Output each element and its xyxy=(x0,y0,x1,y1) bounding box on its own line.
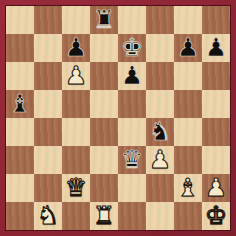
square-f8[interactable] xyxy=(146,6,174,34)
square-b3[interactable] xyxy=(34,146,62,174)
square-d7[interactable] xyxy=(90,34,118,62)
square-c5[interactable] xyxy=(62,90,90,118)
square-g1[interactable] xyxy=(174,202,202,230)
square-h2[interactable]: ♟ xyxy=(202,174,230,202)
square-a6[interactable] xyxy=(6,62,34,90)
square-e8[interactable] xyxy=(118,6,146,34)
piece-white-pawn-c6[interactable]: ♟ xyxy=(65,62,87,90)
square-g8[interactable] xyxy=(174,6,202,34)
square-h6[interactable] xyxy=(202,62,230,90)
square-e3[interactable]: ♛ xyxy=(118,146,146,174)
square-a1[interactable] xyxy=(6,202,34,230)
square-h7[interactable]: ♟ xyxy=(202,34,230,62)
square-d5[interactable] xyxy=(90,90,118,118)
piece-black-rook-d8[interactable]: ♜ xyxy=(93,6,115,34)
piece-white-bishop-g2[interactable]: ♝ xyxy=(177,174,199,202)
square-d1[interactable]: ♜ xyxy=(90,202,118,230)
piece-black-bishop-a5[interactable]: ♝ xyxy=(9,90,31,118)
square-b4[interactable] xyxy=(34,118,62,146)
square-d8[interactable]: ♜ xyxy=(90,6,118,34)
square-f1[interactable] xyxy=(146,202,174,230)
square-f5[interactable] xyxy=(146,90,174,118)
square-e6[interactable]: ♟ xyxy=(118,62,146,90)
square-e4[interactable] xyxy=(118,118,146,146)
square-e5[interactable] xyxy=(118,90,146,118)
square-g2[interactable]: ♝ xyxy=(174,174,202,202)
square-e1[interactable] xyxy=(118,202,146,230)
square-g7[interactable]: ♟ xyxy=(174,34,202,62)
piece-white-pawn-h2[interactable]: ♟ xyxy=(205,174,227,202)
piece-black-pawn-e6[interactable]: ♟ xyxy=(121,62,143,90)
chess-board: ♜♟♚♟♟♟♟♝♞♛♟♛♝♟♞♜♚ xyxy=(6,6,230,230)
square-b7[interactable] xyxy=(34,34,62,62)
piece-black-knight-f4[interactable]: ♞ xyxy=(149,118,171,146)
square-c7[interactable]: ♟ xyxy=(62,34,90,62)
square-g4[interactable] xyxy=(174,118,202,146)
square-h1[interactable]: ♚ xyxy=(202,202,230,230)
square-a2[interactable] xyxy=(6,174,34,202)
square-f6[interactable] xyxy=(146,62,174,90)
square-h4[interactable] xyxy=(202,118,230,146)
square-c4[interactable] xyxy=(62,118,90,146)
square-a8[interactable] xyxy=(6,6,34,34)
square-f7[interactable] xyxy=(146,34,174,62)
square-d2[interactable] xyxy=(90,174,118,202)
square-d3[interactable] xyxy=(90,146,118,174)
piece-white-rook-d1[interactable]: ♜ xyxy=(93,202,115,230)
square-e7[interactable]: ♚ xyxy=(118,34,146,62)
square-a5[interactable]: ♝ xyxy=(6,90,34,118)
square-f3[interactable]: ♟ xyxy=(146,146,174,174)
piece-black-queen-e3[interactable]: ♛ xyxy=(121,146,143,174)
square-b5[interactable] xyxy=(34,90,62,118)
square-c8[interactable] xyxy=(62,6,90,34)
piece-black-king-e7[interactable]: ♚ xyxy=(121,34,143,62)
square-c6[interactable]: ♟ xyxy=(62,62,90,90)
square-g3[interactable] xyxy=(174,146,202,174)
piece-white-pawn-f3[interactable]: ♟ xyxy=(149,146,171,174)
square-a4[interactable] xyxy=(6,118,34,146)
square-c1[interactable] xyxy=(62,202,90,230)
square-e2[interactable] xyxy=(118,174,146,202)
square-a7[interactable] xyxy=(6,34,34,62)
piece-white-king-h1[interactable]: ♚ xyxy=(205,202,227,230)
square-h8[interactable] xyxy=(202,6,230,34)
square-f2[interactable] xyxy=(146,174,174,202)
piece-black-pawn-g7[interactable]: ♟ xyxy=(177,34,199,62)
piece-black-pawn-h7[interactable]: ♟ xyxy=(205,34,227,62)
square-h3[interactable] xyxy=(202,146,230,174)
square-c2[interactable]: ♛ xyxy=(62,174,90,202)
board-frame: ♜♟♚♟♟♟♟♝♞♛♟♛♝♟♞♜♚ xyxy=(0,0,236,236)
square-b1[interactable]: ♞ xyxy=(34,202,62,230)
square-h5[interactable] xyxy=(202,90,230,118)
piece-white-queen-c2[interactable]: ♛ xyxy=(65,174,87,202)
square-b6[interactable] xyxy=(34,62,62,90)
square-g5[interactable] xyxy=(174,90,202,118)
piece-white-knight-b1[interactable]: ♞ xyxy=(37,202,59,230)
square-f4[interactable]: ♞ xyxy=(146,118,174,146)
square-d4[interactable] xyxy=(90,118,118,146)
square-d6[interactable] xyxy=(90,62,118,90)
square-c3[interactable] xyxy=(62,146,90,174)
piece-black-pawn-c7[interactable]: ♟ xyxy=(65,34,87,62)
square-a3[interactable] xyxy=(6,146,34,174)
square-b2[interactable] xyxy=(34,174,62,202)
square-g6[interactable] xyxy=(174,62,202,90)
square-b8[interactable] xyxy=(34,6,62,34)
